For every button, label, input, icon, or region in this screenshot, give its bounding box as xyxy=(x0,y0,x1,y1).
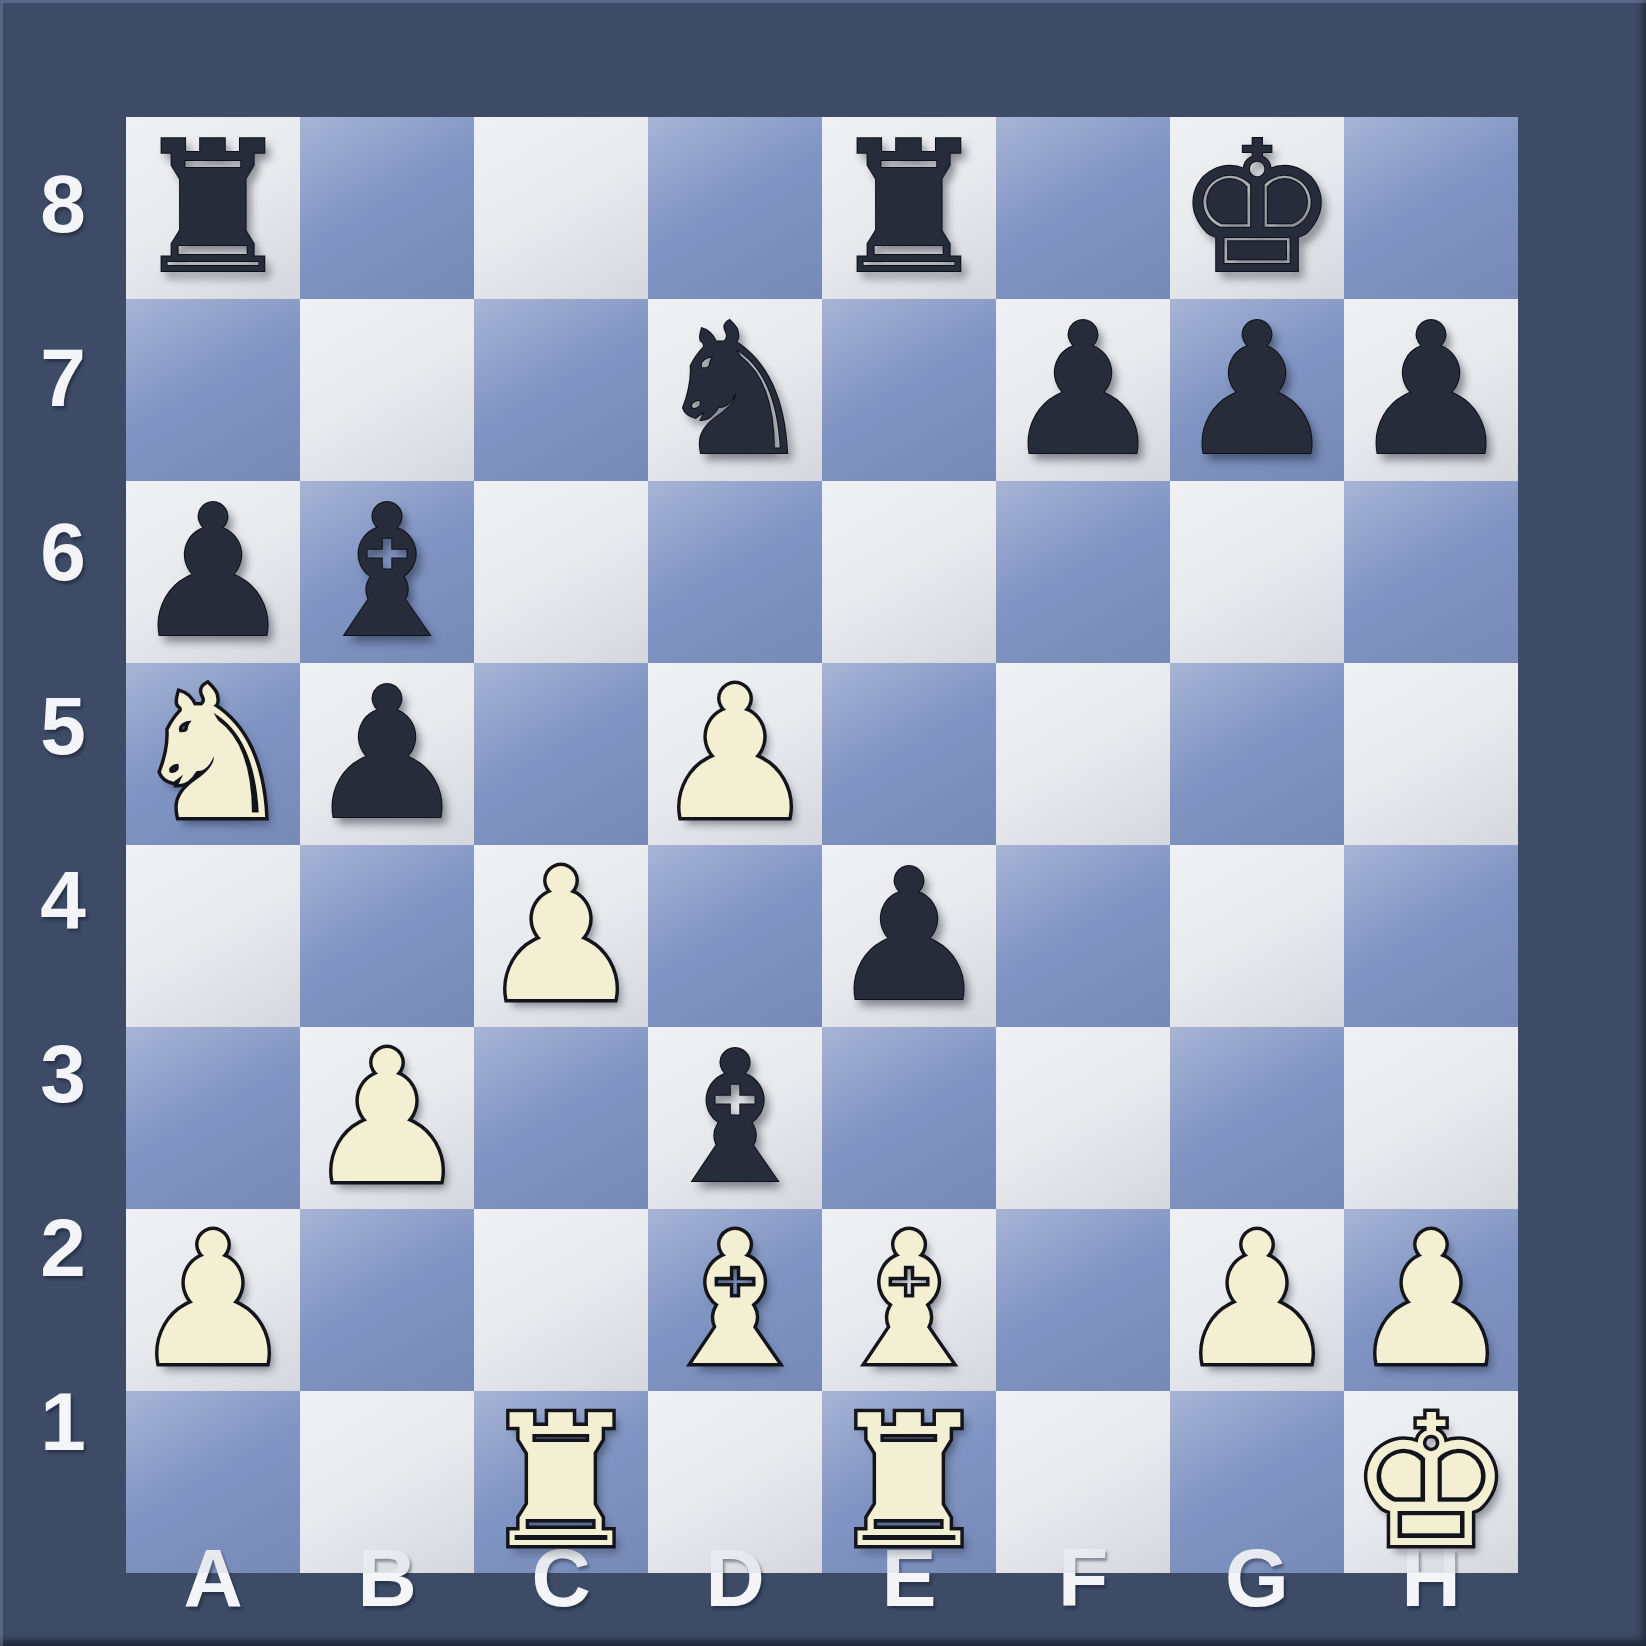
file-label-g: G xyxy=(1170,1509,1344,1646)
rank-label-3: 3 xyxy=(0,987,126,1161)
square-c7[interactable] xyxy=(474,299,648,481)
square-a2[interactable]: ♟ xyxy=(126,1209,300,1391)
square-e3[interactable] xyxy=(822,1027,996,1209)
square-h1[interactable]: ♚ xyxy=(1344,1391,1518,1573)
square-h5[interactable] xyxy=(1344,663,1518,845)
square-h4[interactable] xyxy=(1344,845,1518,1027)
square-e8[interactable]: ♜ xyxy=(822,117,996,299)
square-f5[interactable] xyxy=(996,663,1170,845)
rank-label-7: 7 xyxy=(0,291,126,465)
square-c2[interactable] xyxy=(474,1209,648,1391)
square-h8[interactable] xyxy=(1344,117,1518,299)
square-g2[interactable]: ♟ xyxy=(1170,1209,1344,1391)
square-c4[interactable]: ♟ xyxy=(474,845,648,1027)
black-pawn-h7-icon[interactable]: ♟ xyxy=(1349,299,1512,481)
square-h7[interactable]: ♟ xyxy=(1344,299,1518,481)
square-h3[interactable] xyxy=(1344,1027,1518,1209)
file-label-b: B xyxy=(300,1509,474,1646)
rank-label-1: 1 xyxy=(0,1335,126,1509)
white-pawn-h2-icon[interactable]: ♟ xyxy=(1349,1209,1512,1391)
black-pawn-f7-icon[interactable]: ♟ xyxy=(1001,299,1164,481)
square-c3[interactable] xyxy=(474,1027,648,1209)
white-rook-c1-icon[interactable]: ♜ xyxy=(479,1391,642,1573)
black-pawn-g7-icon[interactable]: ♟ xyxy=(1175,299,1338,481)
square-f4[interactable] xyxy=(996,845,1170,1027)
white-bishop-e2-icon[interactable]: ♝ xyxy=(827,1209,990,1391)
rank-label-8: 8 xyxy=(0,117,126,291)
square-d8[interactable] xyxy=(648,117,822,299)
square-g5[interactable] xyxy=(1170,663,1344,845)
square-b5[interactable]: ♟ xyxy=(300,663,474,845)
square-g8[interactable]: ♚ xyxy=(1170,117,1344,299)
square-d6[interactable] xyxy=(648,481,822,663)
square-b4[interactable] xyxy=(300,845,474,1027)
square-b6[interactable]: ♝ xyxy=(300,481,474,663)
square-a8[interactable]: ♜ xyxy=(126,117,300,299)
square-g7[interactable]: ♟ xyxy=(1170,299,1344,481)
rank-label-4: 4 xyxy=(0,813,126,987)
white-pawn-b3-icon[interactable]: ♟ xyxy=(305,1027,468,1209)
square-b2[interactable] xyxy=(300,1209,474,1391)
square-g4[interactable] xyxy=(1170,845,1344,1027)
square-a6[interactable]: ♟ xyxy=(126,481,300,663)
square-b7[interactable] xyxy=(300,299,474,481)
file-label-a: A xyxy=(126,1509,300,1646)
square-a7[interactable] xyxy=(126,299,300,481)
white-pawn-g2-icon[interactable]: ♟ xyxy=(1175,1209,1338,1391)
rank-label-6: 6 xyxy=(0,465,126,639)
square-h6[interactable] xyxy=(1344,481,1518,663)
square-e7[interactable] xyxy=(822,299,996,481)
square-f3[interactable] xyxy=(996,1027,1170,1209)
rank-coordinates: 87654321 xyxy=(0,117,126,1509)
square-a4[interactable] xyxy=(126,845,300,1027)
square-c1[interactable]: ♜ xyxy=(474,1391,648,1573)
square-c8[interactable] xyxy=(474,117,648,299)
black-rook-a8-icon[interactable]: ♜ xyxy=(131,117,294,299)
square-e1[interactable]: ♜ xyxy=(822,1391,996,1573)
square-d5[interactable]: ♟ xyxy=(648,663,822,845)
square-a5[interactable]: ♞ xyxy=(126,663,300,845)
black-rook-e8-icon[interactable]: ♜ xyxy=(827,117,990,299)
square-f2[interactable] xyxy=(996,1209,1170,1391)
white-pawn-c4-icon[interactable]: ♟ xyxy=(479,845,642,1027)
white-pawn-d5-icon[interactable]: ♟ xyxy=(653,663,816,845)
square-e6[interactable] xyxy=(822,481,996,663)
square-f8[interactable] xyxy=(996,117,1170,299)
black-pawn-a6-icon[interactable]: ♟ xyxy=(131,481,294,663)
square-d3[interactable]: ♝ xyxy=(648,1027,822,1209)
square-e4[interactable]: ♟ xyxy=(822,845,996,1027)
black-knight-d7-icon[interactable]: ♞ xyxy=(653,299,816,481)
square-h2[interactable]: ♟ xyxy=(1344,1209,1518,1391)
square-b3[interactable]: ♟ xyxy=(300,1027,474,1209)
square-c5[interactable] xyxy=(474,663,648,845)
square-b8[interactable] xyxy=(300,117,474,299)
square-g3[interactable] xyxy=(1170,1027,1344,1209)
black-bishop-b6-icon[interactable]: ♝ xyxy=(305,481,468,663)
black-pawn-e4-icon[interactable]: ♟ xyxy=(827,845,990,1027)
square-e5[interactable] xyxy=(822,663,996,845)
file-coordinates: ABCDEFGH xyxy=(126,1509,1518,1646)
rank-label-2: 2 xyxy=(0,1161,126,1335)
rank-label-5: 5 xyxy=(0,639,126,813)
white-knight-a5-icon[interactable]: ♞ xyxy=(131,663,294,845)
square-d7[interactable]: ♞ xyxy=(648,299,822,481)
white-pawn-a2-icon[interactable]: ♟ xyxy=(131,1209,294,1391)
square-a3[interactable] xyxy=(126,1027,300,1209)
square-d2[interactable]: ♝ xyxy=(648,1209,822,1391)
square-g6[interactable] xyxy=(1170,481,1344,663)
square-d4[interactable] xyxy=(648,845,822,1027)
black-bishop-d3-icon[interactable]: ♝ xyxy=(653,1027,816,1209)
white-king-h1-icon[interactable]: ♚ xyxy=(1349,1391,1512,1573)
chess-board: ♜♜♚♞♟♟♟♟♝♞♟♟♟♟♟♝♟♝♝♟♟♜♜♚ xyxy=(126,117,1518,1509)
square-c6[interactable] xyxy=(474,481,648,663)
square-f6[interactable] xyxy=(996,481,1170,663)
black-pawn-b5-icon[interactable]: ♟ xyxy=(305,663,468,845)
file-label-d: D xyxy=(648,1509,822,1646)
square-e2[interactable]: ♝ xyxy=(822,1209,996,1391)
white-rook-e1-icon[interactable]: ♜ xyxy=(827,1391,990,1573)
file-label-f: F xyxy=(996,1509,1170,1646)
black-king-g8-icon[interactable]: ♚ xyxy=(1175,117,1338,299)
white-bishop-d2-icon[interactable]: ♝ xyxy=(653,1209,816,1391)
chess-diagram: 87654321 ♜♜♚♞♟♟♟♟♝♞♟♟♟♟♟♝♟♝♝♟♟♜♜♚ ABCDEF… xyxy=(0,0,1646,1646)
square-f7[interactable]: ♟ xyxy=(996,299,1170,481)
